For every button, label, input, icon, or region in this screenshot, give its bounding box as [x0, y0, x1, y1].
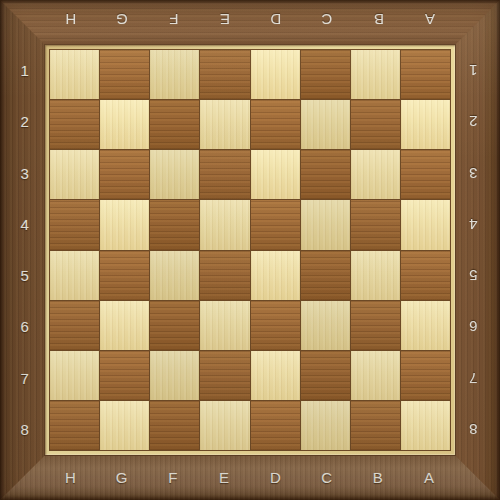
square-d8[interactable]: [251, 401, 300, 450]
square-h6[interactable]: [50, 301, 99, 350]
square-c3[interactable]: [301, 150, 350, 199]
square-d2[interactable]: [251, 100, 300, 149]
square-b8[interactable]: [351, 401, 400, 450]
square-a6[interactable]: [401, 301, 450, 350]
square-e7[interactable]: [200, 351, 249, 400]
board-frame-top: [0, 0, 500, 45]
square-c4[interactable]: [301, 200, 350, 249]
square-b3[interactable]: [351, 150, 400, 199]
board-frame-right: [455, 0, 500, 500]
square-f6[interactable]: [150, 301, 199, 350]
square-b6[interactable]: [351, 301, 400, 350]
square-c6[interactable]: [301, 301, 350, 350]
square-d7[interactable]: [251, 351, 300, 400]
square-c2[interactable]: [301, 100, 350, 149]
square-f3[interactable]: [150, 150, 199, 199]
square-h7[interactable]: [50, 351, 99, 400]
square-g5[interactable]: [100, 251, 149, 300]
board-frame-left: [0, 0, 45, 500]
square-b5[interactable]: [351, 251, 400, 300]
square-b1[interactable]: [351, 50, 400, 99]
square-g4[interactable]: [100, 200, 149, 249]
square-a1[interactable]: [401, 50, 450, 99]
board-inner-maple-border: [45, 45, 455, 455]
square-f1[interactable]: [150, 50, 199, 99]
square-f5[interactable]: [150, 251, 199, 300]
square-f8[interactable]: [150, 401, 199, 450]
square-a7[interactable]: [401, 351, 450, 400]
square-h1[interactable]: [50, 50, 99, 99]
square-f7[interactable]: [150, 351, 199, 400]
square-a2[interactable]: [401, 100, 450, 149]
square-a5[interactable]: [401, 251, 450, 300]
square-a8[interactable]: [401, 401, 450, 450]
square-e8[interactable]: [200, 401, 249, 450]
square-e5[interactable]: [200, 251, 249, 300]
square-h8[interactable]: [50, 401, 99, 450]
square-h3[interactable]: [50, 150, 99, 199]
square-g3[interactable]: [100, 150, 149, 199]
square-e3[interactable]: [200, 150, 249, 199]
square-b7[interactable]: [351, 351, 400, 400]
square-d1[interactable]: [251, 50, 300, 99]
square-f2[interactable]: [150, 100, 199, 149]
square-a3[interactable]: [401, 150, 450, 199]
square-g1[interactable]: [100, 50, 149, 99]
chessboard: HGFEDCBA HGFEDCBA 12345678 12345678: [0, 0, 500, 500]
square-h2[interactable]: [50, 100, 99, 149]
square-e1[interactable]: [200, 50, 249, 99]
square-c8[interactable]: [301, 401, 350, 450]
square-e2[interactable]: [200, 100, 249, 149]
square-d6[interactable]: [251, 301, 300, 350]
square-g2[interactable]: [100, 100, 149, 149]
board-grid: [49, 49, 451, 451]
square-h5[interactable]: [50, 251, 99, 300]
square-g7[interactable]: [100, 351, 149, 400]
square-d3[interactable]: [251, 150, 300, 199]
square-g8[interactable]: [100, 401, 149, 450]
board-frame-bottom: [0, 455, 500, 500]
square-b4[interactable]: [351, 200, 400, 249]
square-f4[interactable]: [150, 200, 199, 249]
square-g6[interactable]: [100, 301, 149, 350]
square-d4[interactable]: [251, 200, 300, 249]
square-c7[interactable]: [301, 351, 350, 400]
square-e4[interactable]: [200, 200, 249, 249]
square-h4[interactable]: [50, 200, 99, 249]
square-a4[interactable]: [401, 200, 450, 249]
square-c5[interactable]: [301, 251, 350, 300]
square-b2[interactable]: [351, 100, 400, 149]
square-c1[interactable]: [301, 50, 350, 99]
square-e6[interactable]: [200, 301, 249, 350]
square-d5[interactable]: [251, 251, 300, 300]
